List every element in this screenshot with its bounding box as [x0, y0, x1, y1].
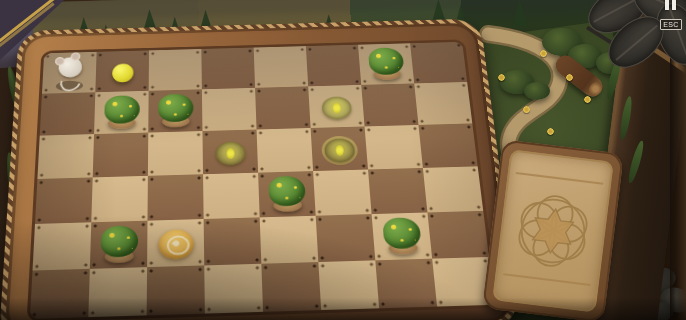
yellow-flower-icon: [523, 106, 530, 113]
piece-bush[interactable]: [156, 94, 195, 130]
board-cell[interactable]: [88, 267, 147, 317]
board-cell[interactable]: [204, 264, 263, 314]
board-field: [27, 39, 499, 320]
board-cell[interactable]: [368, 168, 427, 214]
yellow-flower-icon: [584, 96, 591, 103]
board-cell[interactable]: [147, 265, 205, 315]
board-grid: [30, 42, 495, 319]
board-cell[interactable]: [93, 133, 149, 178]
card-tray[interactable]: [482, 139, 624, 320]
board-cell[interactable]: [318, 260, 379, 310]
yellow-flower-icon: [540, 50, 547, 57]
board-cell[interactable]: [35, 177, 93, 224]
tree-canopy: [524, 82, 550, 100]
pause-icon[interactable]: [663, 0, 679, 11]
board-cell[interactable]: [40, 92, 96, 135]
pine-tree-icon: [511, 0, 528, 27]
board-cell[interactable]: [365, 125, 423, 170]
board-cell[interactable]: [33, 222, 92, 270]
board-cell[interactable]: [30, 269, 90, 319]
piece-bush[interactable]: [98, 225, 140, 265]
yellow-flower-icon: [498, 74, 505, 81]
board-cell[interactable]: [306, 45, 361, 87]
piece-bush[interactable]: [266, 176, 308, 214]
board-cell[interactable]: [201, 48, 255, 90]
board-cell[interactable]: [313, 169, 371, 215]
board-cell[interactable]: [202, 88, 257, 131]
board-cell[interactable]: [255, 86, 311, 129]
board-cell[interactable]: [254, 46, 309, 88]
board-cell[interactable]: [148, 131, 203, 176]
board-cell[interactable]: [203, 173, 260, 219]
rosette-pattern: [502, 180, 605, 283]
board-cell[interactable]: [410, 42, 467, 84]
yellow-flower-icon: [547, 128, 554, 135]
board-cell[interactable]: [149, 49, 202, 91]
rosette-card: [492, 149, 614, 313]
board-cell[interactable]: [147, 174, 203, 220]
board-cell[interactable]: [414, 82, 472, 125]
board-cell[interactable]: [91, 176, 148, 222]
game-screenshot: ESC: [0, 0, 686, 320]
board-cell[interactable]: [261, 262, 321, 312]
board-cell[interactable]: [423, 166, 483, 212]
piece-bush[interactable]: [380, 217, 425, 257]
pause-hud[interactable]: ESC: [658, 0, 684, 31]
piece-mouse[interactable]: [51, 55, 87, 91]
board-cell[interactable]: [418, 123, 477, 168]
board-cell[interactable]: [204, 217, 262, 265]
game-board: [4, 23, 515, 320]
piece-bush[interactable]: [102, 95, 142, 131]
board-cell[interactable]: [37, 134, 94, 179]
board-cell[interactable]: [427, 211, 489, 259]
board-cell[interactable]: [361, 83, 418, 126]
esc-key-hint: ESC: [660, 19, 682, 30]
board-cell[interactable]: [257, 128, 314, 173]
board-cell[interactable]: [260, 216, 319, 264]
board-cell[interactable]: [375, 259, 437, 309]
piece-bush[interactable]: [365, 47, 406, 82]
board-cell[interactable]: [316, 214, 376, 262]
